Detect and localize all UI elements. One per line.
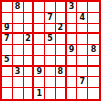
- cell-r4c7-empty[interactable]: [67, 34, 78, 45]
- cell-r1c5-empty[interactable]: [45, 2, 56, 13]
- cell-r7c2-given: 3: [13, 67, 24, 78]
- cell-r7c5-empty[interactable]: [45, 67, 56, 78]
- cell-r4c6-empty[interactable]: [56, 34, 67, 45]
- cell-r1c3-empty[interactable]: [24, 2, 35, 13]
- cell-r9c2-empty[interactable]: [13, 88, 24, 99]
- cell-r8c8-given: 7: [77, 77, 88, 88]
- cell-r4c2-empty[interactable]: [13, 34, 24, 45]
- cell-r3c5-empty[interactable]: [45, 24, 56, 35]
- cell-r8c9-empty[interactable]: [88, 77, 99, 88]
- cell-r2c6-empty[interactable]: [56, 13, 67, 24]
- cell-r6c2-empty[interactable]: [13, 56, 24, 67]
- cell-r6c8-empty[interactable]: [77, 56, 88, 67]
- sudoku-board: 83749272598539871: [0, 0, 101, 101]
- cell-r3c9-empty[interactable]: [88, 24, 99, 35]
- cell-r1c9-empty[interactable]: [88, 2, 99, 13]
- cell-r4c5-given: 5: [45, 34, 56, 45]
- cell-r6c5-empty[interactable]: [45, 56, 56, 67]
- cell-r3c3-empty[interactable]: [24, 24, 35, 35]
- cell-r1c1-empty[interactable]: [2, 2, 13, 13]
- cell-r7c4-given: 9: [34, 67, 45, 78]
- cell-r2c9-empty[interactable]: [88, 13, 99, 24]
- cell-r9c7-empty[interactable]: [67, 88, 78, 99]
- cell-r1c4-empty[interactable]: [34, 2, 45, 13]
- cell-r9c8-empty[interactable]: [77, 88, 88, 99]
- cell-r2c5-given: 7: [45, 13, 56, 24]
- cell-r7c7-empty[interactable]: [67, 67, 78, 78]
- cell-r8c7-empty[interactable]: [67, 77, 78, 88]
- cell-r8c4-empty[interactable]: [34, 77, 45, 88]
- cell-r8c2-empty[interactable]: [13, 77, 24, 88]
- cell-r2c1-empty[interactable]: [2, 13, 13, 24]
- cell-r1c6-empty[interactable]: [56, 2, 67, 13]
- cell-r6c3-empty[interactable]: [24, 56, 35, 67]
- cell-r6c1-given: 5: [2, 56, 13, 67]
- cell-r5c6-empty[interactable]: [56, 45, 67, 56]
- cell-r2c3-empty[interactable]: [24, 13, 35, 24]
- cell-r9c4-given: 1: [34, 88, 45, 99]
- cell-r3c2-empty[interactable]: [13, 24, 24, 35]
- cell-r7c3-empty[interactable]: [24, 67, 35, 78]
- cell-r6c7-empty[interactable]: [67, 56, 78, 67]
- cell-r4c4-empty[interactable]: [34, 34, 45, 45]
- cell-r4c1-given: 7: [2, 34, 13, 45]
- cell-r9c3-empty[interactable]: [24, 88, 35, 99]
- cell-r9c5-empty[interactable]: [45, 88, 56, 99]
- cell-r3c6-given: 2: [56, 24, 67, 35]
- cell-r8c1-empty[interactable]: [2, 77, 13, 88]
- cell-r3c1-given: 9: [2, 24, 13, 35]
- cell-r8c6-empty[interactable]: [56, 77, 67, 88]
- cell-r6c9-empty[interactable]: [88, 56, 99, 67]
- cell-r9c1-empty[interactable]: [2, 88, 13, 99]
- cell-r4c8-empty[interactable]: [77, 34, 88, 45]
- cell-r9c9-empty[interactable]: [88, 88, 99, 99]
- cell-r5c2-empty[interactable]: [13, 45, 24, 56]
- cell-r6c6-empty[interactable]: [56, 56, 67, 67]
- cell-r5c9-given: 8: [88, 45, 99, 56]
- cell-r3c7-empty[interactable]: [67, 24, 78, 35]
- cell-r3c4-empty[interactable]: [34, 24, 45, 35]
- cell-r5c5-empty[interactable]: [45, 45, 56, 56]
- cell-r1c7-given: 3: [67, 2, 78, 13]
- cell-r3c8-empty[interactable]: [77, 24, 88, 35]
- cell-r8c5-empty[interactable]: [45, 77, 56, 88]
- cell-r8c3-empty[interactable]: [24, 77, 35, 88]
- cell-r5c4-empty[interactable]: [34, 45, 45, 56]
- cell-r5c3-empty[interactable]: [24, 45, 35, 56]
- cell-r7c1-empty[interactable]: [2, 67, 13, 78]
- cell-r7c8-empty[interactable]: [77, 67, 88, 78]
- cell-r1c2-given: 8: [13, 2, 24, 13]
- cell-r5c8-empty[interactable]: [77, 45, 88, 56]
- cell-r9c6-empty[interactable]: [56, 88, 67, 99]
- cell-r7c6-given: 8: [56, 67, 67, 78]
- cell-r5c7-given: 9: [67, 45, 78, 56]
- cell-r2c4-empty[interactable]: [34, 13, 45, 24]
- cell-r2c2-empty[interactable]: [13, 13, 24, 24]
- cell-r2c7-empty[interactable]: [67, 13, 78, 24]
- cell-r5c1-empty[interactable]: [2, 45, 13, 56]
- cell-r4c3-given: 2: [24, 34, 35, 45]
- cell-r6c4-empty[interactable]: [34, 56, 45, 67]
- cell-r2c8-given: 4: [77, 13, 88, 24]
- cell-r4c9-empty[interactable]: [88, 34, 99, 45]
- cell-r1c8-empty[interactable]: [77, 2, 88, 13]
- cell-r7c9-empty[interactable]: [88, 67, 99, 78]
